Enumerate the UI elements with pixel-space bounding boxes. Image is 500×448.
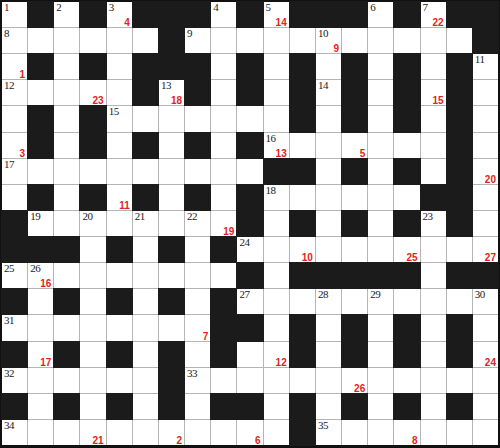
clue-number: 23 (423, 211, 433, 222)
letter-cell-r16-c7[interactable] (185, 420, 210, 445)
letter-cell-r9-c3[interactable] (80, 237, 105, 262)
letter-cell-r2-c2[interactable] (54, 54, 79, 79)
letter-cell-r1-c4[interactable] (107, 28, 132, 53)
letter-cell-r14-c11[interactable] (290, 368, 315, 393)
letter-cell-r13-c16[interactable] (421, 342, 446, 367)
letter-cell-r4-c5[interactable] (133, 106, 158, 131)
black-cell-r11-c0 (2, 289, 27, 314)
letter-cell-r5-c4[interactable] (107, 133, 132, 158)
letter-cell-r4-c10[interactable] (264, 106, 289, 131)
clue-number: 32 (4, 368, 14, 379)
letter-cell-r1-c0[interactable]: 8 (2, 28, 27, 53)
black-cell-r10-c11 (290, 263, 315, 288)
letter-cell-r9-c7[interactable] (185, 237, 210, 262)
letter-cell-r1-c8[interactable] (211, 28, 236, 53)
black-cell-r15-c13 (342, 394, 367, 419)
letter-cell-r10-c8[interactable] (211, 263, 236, 288)
letter-cell-r12-c5[interactable] (133, 315, 158, 340)
letter-cell-r12-c1[interactable] (28, 315, 53, 340)
letter-cell-r3-c3[interactable]: 23 (80, 80, 105, 105)
letter-cell-r0-c14[interactable]: 6 (368, 2, 393, 27)
letter-cell-r14-c8[interactable] (211, 368, 236, 393)
clue-number: 35 (318, 420, 328, 431)
letter-cell-r4-c0[interactable] (2, 106, 27, 131)
letter-cell-r13-c18[interactable]: 24 (473, 342, 498, 367)
letter-cell-r3-c4[interactable] (107, 80, 132, 105)
letter-cell-r3-c0[interactable]: 12 (2, 80, 27, 105)
black-cell-r0-c1 (28, 2, 53, 27)
letter-cell-r0-c16[interactable]: 722 (421, 2, 446, 27)
letter-cell-r5-c10[interactable]: 1613 (264, 133, 289, 158)
clue-number: 20 (82, 211, 92, 222)
letter-cell-r15-c10[interactable] (264, 394, 289, 419)
letter-cell-r1-c17[interactable] (447, 28, 472, 53)
letter-cell-r13-c9[interactable] (237, 342, 262, 367)
letter-cell-r1-c16[interactable] (421, 28, 446, 53)
black-cell-r0-c7 (185, 2, 210, 27)
red-number: 6 (255, 436, 261, 446)
letter-cell-r6-c5[interactable] (133, 159, 158, 184)
letter-cell-r16-c9[interactable]: 6 (237, 420, 262, 445)
black-cell-r9-c4 (107, 237, 132, 262)
letter-cell-r13-c12[interactable] (316, 342, 341, 367)
letter-cell-r16-c6[interactable]: 2 (159, 420, 184, 445)
letter-cell-r9-c15[interactable]: 25 (394, 237, 419, 262)
letter-cell-r11-c16[interactable] (421, 289, 446, 314)
letter-cell-r12-c18[interactable] (473, 315, 498, 340)
black-cell-r8-c13 (342, 211, 367, 236)
clue-number: 16 (266, 133, 276, 144)
letter-cell-r9-c10[interactable] (264, 237, 289, 262)
red-number: 16 (40, 279, 51, 289)
letter-cell-r6-c0[interactable]: 17 (2, 159, 27, 184)
letter-cell-r15-c7[interactable] (185, 394, 210, 419)
clue-number: 17 (4, 159, 14, 170)
letter-cell-r2-c18[interactable]: 11 (473, 54, 498, 79)
letter-cell-r2-c12[interactable] (316, 54, 341, 79)
letter-cell-r4-c12[interactable] (316, 106, 341, 131)
letter-cell-r16-c2[interactable] (54, 420, 79, 445)
black-cell-r10-c15 (394, 263, 419, 288)
letter-cell-r16-c16[interactable] (421, 420, 446, 445)
letter-cell-r16-c12[interactable]: 35 (316, 420, 341, 445)
black-cell-r13-c4 (107, 342, 132, 367)
red-number: 13 (276, 149, 287, 159)
letter-cell-r1-c10[interactable] (264, 28, 289, 53)
letter-cell-r11-c9[interactable]: 27 (237, 289, 262, 314)
letter-cell-r14-c15[interactable] (394, 368, 419, 393)
letter-cell-r6-c6[interactable] (159, 159, 184, 184)
letter-cell-r16-c18[interactable] (473, 420, 498, 445)
letter-cell-r8-c12[interactable] (316, 211, 341, 236)
black-cell-r1-c18 (473, 28, 498, 53)
letter-cell-r14-c2[interactable] (54, 368, 79, 393)
letter-cell-r1-c11[interactable] (290, 28, 315, 53)
letter-cell-r1-c13[interactable] (342, 28, 367, 53)
letter-cell-r12-c14[interactable] (368, 315, 393, 340)
letter-cell-r12-c3[interactable] (80, 315, 105, 340)
black-cell-r2-c5 (133, 54, 158, 79)
letter-cell-r7-c0[interactable] (2, 185, 27, 210)
letter-cell-r5-c18[interactable] (473, 133, 498, 158)
letter-cell-r5-c6[interactable] (159, 133, 184, 158)
red-number: 24 (485, 358, 496, 368)
letter-cell-r11-c15[interactable] (394, 289, 419, 314)
black-cell-r0-c18 (473, 2, 498, 27)
letter-cell-r8-c14[interactable] (368, 211, 393, 236)
black-cell-r13-c6 (159, 342, 184, 367)
letter-cell-r16-c14[interactable] (368, 420, 393, 445)
letter-cell-r1-c3[interactable] (80, 28, 105, 53)
letter-cell-r10-c1[interactable]: 2616 (28, 263, 53, 288)
letter-cell-r8-c4[interactable] (107, 211, 132, 236)
letter-cell-r1-c7[interactable]: 9 (185, 28, 210, 53)
letter-cell-r13-c10[interactable]: 12 (264, 342, 289, 367)
black-cell-r8-c9 (237, 211, 262, 236)
letter-cell-r14-c14[interactable] (368, 368, 393, 393)
letter-cell-r9-c5[interactable] (133, 237, 158, 262)
letter-cell-r10-c4[interactable] (107, 263, 132, 288)
letter-cell-r6-c4[interactable] (107, 159, 132, 184)
letter-cell-r9-c17[interactable] (447, 237, 472, 262)
letter-cell-r7-c11[interactable] (290, 185, 315, 210)
clue-number: 28 (318, 289, 328, 300)
letter-cell-r5-c14[interactable] (368, 133, 393, 158)
letter-cell-r14-c5[interactable] (133, 368, 158, 393)
letter-cell-r7-c18[interactable] (473, 185, 498, 210)
letter-cell-r8-c1[interactable]: 19 (28, 211, 53, 236)
letter-cell-r2-c8[interactable] (211, 54, 236, 79)
letter-cell-r11-c11[interactable] (290, 289, 315, 314)
letter-cell-r8-c7[interactable]: 22 (185, 211, 210, 236)
letter-cell-r10-c16[interactable] (421, 263, 446, 288)
letter-cell-r14-c18[interactable] (473, 368, 498, 393)
red-number: 2 (177, 436, 183, 446)
letter-cell-r6-c1[interactable] (28, 159, 53, 184)
letter-cell-r7-c13[interactable] (342, 185, 367, 210)
letter-cell-r9-c18[interactable]: 27 (473, 237, 498, 262)
letter-cell-r14-c4[interactable] (107, 368, 132, 393)
red-number: 9 (333, 44, 339, 54)
black-cell-r6-c13 (342, 159, 367, 184)
clue-number: 1 (4, 2, 9, 13)
black-cell-r15-c11 (290, 394, 315, 419)
black-cell-r12-c8 (211, 315, 236, 340)
letter-cell-r1-c14[interactable] (368, 28, 393, 53)
letter-cell-r10-c10[interactable] (264, 263, 289, 288)
letter-cell-r15-c5[interactable] (133, 394, 158, 419)
letter-cell-r9-c13[interactable] (342, 237, 367, 262)
black-cell-r12-c9 (237, 315, 262, 340)
letter-cell-r5-c16[interactable] (421, 133, 446, 158)
black-cell-r5-c1 (28, 133, 53, 158)
letter-cell-r8-c5[interactable]: 21 (133, 211, 158, 236)
letter-cell-r4-c6[interactable] (159, 106, 184, 131)
letter-cell-r16-c8[interactable] (211, 420, 236, 445)
letter-cell-r15-c14[interactable] (368, 394, 393, 419)
red-number: 11 (119, 201, 130, 211)
letter-cell-r10-c3[interactable] (80, 263, 105, 288)
letter-cell-r16-c15[interactable]: 8 (394, 420, 419, 445)
clue-number: 5 (266, 2, 271, 13)
letter-cell-r16-c3[interactable]: 21 (80, 420, 105, 445)
black-cell-r14-c6 (159, 368, 184, 393)
letter-cell-r12-c7[interactable]: 7 (185, 315, 210, 340)
letter-cell-r6-c3[interactable] (80, 159, 105, 184)
black-cell-r5-c3 (80, 133, 105, 158)
black-cell-r1-c6 (159, 28, 184, 53)
clue-number: 14 (318, 80, 328, 91)
letter-cell-r12-c16[interactable] (421, 315, 446, 340)
black-cell-r13-c17 (447, 342, 472, 367)
letter-cell-r3-c2[interactable] (54, 80, 79, 105)
letter-cell-r1-c5[interactable] (133, 28, 158, 53)
crossword-grid: 1234451467228910911112231318141515316135… (0, 0, 500, 448)
letter-cell-r7-c4[interactable]: 11 (107, 185, 132, 210)
letter-cell-r6-c18[interactable]: 20 (473, 159, 498, 184)
black-cell-r10-c14 (368, 263, 393, 288)
letter-cell-r14-c16[interactable] (421, 368, 446, 393)
letter-cell-r3-c18[interactable] (473, 80, 498, 105)
black-cell-r12-c11 (290, 315, 315, 340)
letter-cell-r0-c10[interactable]: 514 (264, 2, 289, 27)
letter-cell-r8-c6[interactable] (159, 211, 184, 236)
letter-cell-r16-c17[interactable] (447, 420, 472, 445)
letter-cell-r9-c9[interactable]: 24 (237, 237, 262, 262)
letter-cell-r3-c12[interactable]: 14 (316, 80, 341, 105)
letter-cell-r13-c5[interactable] (133, 342, 158, 367)
letter-cell-r12-c10[interactable] (264, 315, 289, 340)
letter-cell-r4-c2[interactable] (54, 106, 79, 131)
letter-cell-r8-c16[interactable]: 23 (421, 211, 446, 236)
letter-cell-r6-c7[interactable] (185, 159, 210, 184)
letter-cell-r9-c12[interactable] (316, 237, 341, 262)
red-number: 14 (276, 18, 287, 28)
letter-cell-r7-c8[interactable] (211, 185, 236, 210)
black-cell-r16-c11 (290, 420, 315, 445)
letter-cell-r3-c14[interactable] (368, 80, 393, 105)
letter-cell-r2-c4[interactable] (107, 54, 132, 79)
letter-cell-r10-c0[interactable]: 25 (2, 263, 27, 288)
letter-cell-r7-c14[interactable] (368, 185, 393, 210)
clue-number: 11 (475, 54, 485, 65)
letter-cell-r1-c15[interactable] (394, 28, 419, 53)
black-cell-r2-c11 (290, 54, 315, 79)
clue-number: 22 (187, 211, 197, 222)
letter-cell-r13-c14[interactable] (368, 342, 393, 367)
letter-cell-r1-c1[interactable] (28, 28, 53, 53)
black-cell-r0-c12 (316, 2, 341, 27)
red-number: 3 (20, 149, 26, 159)
letter-cell-r11-c5[interactable] (133, 289, 158, 314)
letter-cell-r10-c2[interactable] (54, 263, 79, 288)
red-number: 18 (171, 96, 182, 106)
letter-cell-r3-c8[interactable] (211, 80, 236, 105)
black-cell-r11-c2 (54, 289, 79, 314)
letter-cell-r5-c8[interactable] (211, 133, 236, 158)
letter-cell-r15-c18[interactable] (473, 394, 498, 419)
letter-cell-r6-c16[interactable] (421, 159, 446, 184)
letter-cell-r11-c18[interactable]: 30 (473, 289, 498, 314)
black-cell-r15-c6 (159, 394, 184, 419)
black-cell-r4-c11 (290, 106, 315, 131)
letter-cell-r8-c10[interactable] (264, 211, 289, 236)
letter-cell-r16-c0[interactable]: 34 (2, 420, 27, 445)
letter-cell-r9-c11[interactable]: 10 (290, 237, 315, 262)
letter-cell-r4-c4[interactable]: 15 (107, 106, 132, 131)
letter-cell-r14-c7[interactable]: 33 (185, 368, 210, 393)
letter-cell-r13-c7[interactable] (185, 342, 210, 367)
letter-cell-r14-c1[interactable] (28, 368, 53, 393)
black-cell-r7-c1 (28, 185, 53, 210)
letter-cell-r0-c4[interactable]: 34 (107, 2, 132, 27)
red-number: 10 (302, 253, 313, 263)
letter-cell-r7-c15[interactable] (394, 185, 419, 210)
black-cell-r10-c12 (316, 263, 341, 288)
letter-cell-r10-c7[interactable] (185, 263, 210, 288)
black-cell-r5-c9 (237, 133, 262, 158)
letter-cell-r14-c9[interactable] (237, 368, 262, 393)
letter-cell-r6-c12[interactable] (316, 159, 341, 184)
letter-cell-r4-c8[interactable] (211, 106, 236, 131)
letter-cell-r5-c12[interactable] (316, 133, 341, 158)
letter-cell-r5-c0[interactable]: 3 (2, 133, 27, 158)
black-cell-r9-c1 (28, 237, 53, 262)
letter-cell-r2-c14[interactable] (368, 54, 393, 79)
red-number: 26 (354, 384, 365, 394)
letter-cell-r7-c12[interactable] (316, 185, 341, 210)
letter-cell-r16-c5[interactable] (133, 420, 158, 445)
letter-cell-r16-c4[interactable] (107, 420, 132, 445)
red-number: 5 (360, 149, 366, 159)
letter-cell-r13-c3[interactable] (80, 342, 105, 367)
letter-cell-r11-c17[interactable] (447, 289, 472, 314)
letter-cell-r16-c1[interactable] (28, 420, 53, 445)
black-cell-r6-c17 (447, 159, 472, 184)
letter-cell-r6-c8[interactable] (211, 159, 236, 184)
letter-cell-r7-c6[interactable] (159, 185, 184, 210)
black-cell-r2-c9 (237, 54, 262, 79)
letter-cell-r1-c12[interactable]: 109 (316, 28, 341, 53)
letter-cell-r4-c14[interactable] (368, 106, 393, 131)
letter-cell-r8-c2[interactable] (54, 211, 79, 236)
letter-cell-r15-c12[interactable] (316, 394, 341, 419)
black-cell-r15-c9 (237, 394, 262, 419)
letter-cell-r12-c6[interactable] (159, 315, 184, 340)
letter-cell-r0-c0[interactable]: 1 (2, 2, 27, 27)
red-number: 22 (433, 18, 444, 28)
letter-cell-r11-c14[interactable]: 29 (368, 289, 393, 314)
letter-cell-r6-c9[interactable] (237, 159, 262, 184)
black-cell-r4-c15 (394, 106, 419, 131)
black-cell-r11-c6 (159, 289, 184, 314)
letter-cell-r4-c7[interactable] (185, 106, 210, 131)
letter-cell-r11-c1[interactable] (28, 289, 53, 314)
black-cell-r0-c5 (133, 2, 158, 27)
letter-cell-r11-c3[interactable] (80, 289, 105, 314)
letter-cell-r9-c14[interactable] (368, 237, 393, 262)
letter-cell-r11-c10[interactable] (264, 289, 289, 314)
letter-cell-r11-c7[interactable] (185, 289, 210, 314)
letter-cell-r5-c11[interactable] (290, 133, 315, 158)
black-cell-r15-c0 (2, 394, 27, 419)
letter-cell-r2-c10[interactable] (264, 54, 289, 79)
letter-cell-r1-c2[interactable] (54, 28, 79, 53)
letter-cell-r3-c6[interactable]: 1318 (159, 80, 184, 105)
letter-cell-r7-c2[interactable] (54, 185, 79, 210)
letter-cell-r0-c2[interactable]: 2 (54, 2, 79, 27)
clue-number: 6 (370, 2, 375, 13)
black-cell-r10-c18 (473, 263, 498, 288)
letter-cell-r6-c14[interactable] (368, 159, 393, 184)
black-cell-r2-c6 (159, 54, 184, 79)
red-number: 21 (93, 436, 104, 446)
letter-cell-r10-c6[interactable] (159, 263, 184, 288)
letter-cell-r8-c3[interactable]: 20 (80, 211, 105, 236)
letter-cell-r2-c16[interactable] (421, 54, 446, 79)
letter-cell-r0-c8[interactable]: 4 (211, 2, 236, 27)
letter-cell-r15-c3[interactable] (80, 394, 105, 419)
letter-cell-r14-c12[interactable] (316, 368, 341, 393)
black-cell-r13-c13 (342, 342, 367, 367)
letter-cell-r8-c18[interactable] (473, 211, 498, 236)
letter-cell-r4-c18[interactable] (473, 106, 498, 131)
black-cell-r7-c3 (80, 185, 105, 210)
black-cell-r6-c11 (290, 159, 315, 184)
letter-cell-r16-c10[interactable] (264, 420, 289, 445)
letter-cell-r3-c10[interactable] (264, 80, 289, 105)
letter-cell-r11-c13[interactable] (342, 289, 367, 314)
letter-cell-r2-c0[interactable]: 1 (2, 54, 27, 79)
letter-cell-r7-c10[interactable]: 18 (264, 185, 289, 210)
letter-cell-r9-c16[interactable] (421, 237, 446, 262)
black-cell-r7-c9 (237, 185, 262, 210)
letter-cell-r5-c13[interactable]: 5 (342, 133, 367, 158)
letter-cell-r4-c16[interactable] (421, 106, 446, 131)
clue-number: 31 (4, 315, 14, 326)
clue-number: 19 (30, 211, 40, 222)
letter-cell-r3-c16[interactable]: 15 (421, 80, 446, 105)
letter-cell-r15-c1[interactable] (28, 394, 53, 419)
letter-cell-r6-c2[interactable] (54, 159, 79, 184)
letter-cell-r10-c5[interactable] (133, 263, 158, 288)
letter-cell-r12-c4[interactable] (107, 315, 132, 340)
letter-cell-r14-c10[interactable] (264, 368, 289, 393)
letter-cell-r15-c16[interactable] (421, 394, 446, 419)
letter-cell-r14-c0[interactable]: 32 (2, 368, 27, 393)
letter-cell-r8-c8[interactable]: 19 (211, 211, 236, 236)
letter-cell-r12-c2[interactable] (54, 315, 79, 340)
letter-cell-r14-c17[interactable] (447, 368, 472, 393)
black-cell-r5-c7 (185, 133, 210, 158)
letter-cell-r4-c9[interactable] (237, 106, 262, 131)
letter-cell-r11-c12[interactable]: 28 (316, 289, 341, 314)
black-cell-r2-c17 (447, 54, 472, 79)
letter-cell-r3-c1[interactable] (28, 80, 53, 105)
letter-cell-r16-c13[interactable] (342, 420, 367, 445)
black-cell-r8-c11 (290, 211, 315, 236)
black-cell-r12-c17 (447, 315, 472, 340)
letter-cell-r14-c13[interactable]: 26 (342, 368, 367, 393)
letter-cell-r12-c12[interactable] (316, 315, 341, 340)
letter-cell-r5-c15[interactable] (394, 133, 419, 158)
black-cell-r9-c6 (159, 237, 184, 262)
letter-cell-r14-c3[interactable] (80, 368, 105, 393)
letter-cell-r12-c0[interactable]: 31 (2, 315, 27, 340)
letter-cell-r5-c2[interactable] (54, 133, 79, 158)
letter-cell-r1-c9[interactable] (237, 28, 262, 53)
letter-cell-r13-c1[interactable]: 17 (28, 342, 53, 367)
